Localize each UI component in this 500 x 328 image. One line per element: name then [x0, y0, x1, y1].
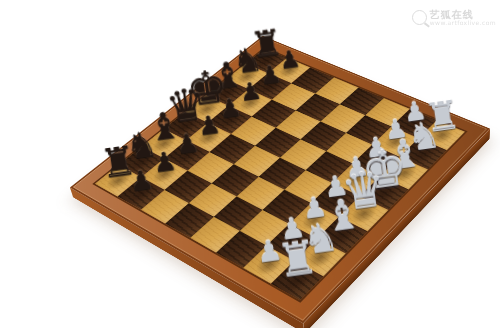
- board-perspective: ♜♞♝♚♛♝♞♜♟♟♟♟♟♟♟♟♟♟♟♟♟♟♟♟♜♞♝♚♛♝♞♜: [111, 0, 450, 327]
- white-rook[interactable]: ♜: [267, 233, 327, 285]
- magnifier-icon: [412, 10, 427, 25]
- board-grid: ♜♞♝♚♛♝♞♜♟♟♟♟♟♟♟♟♟♟♟♟♟♟♟♟♜♞♝♚♛♝♞♜: [92, 47, 467, 303]
- watermark: 艺狐在线 www.artfoxlive.com: [412, 9, 496, 27]
- watermark-subtext: www.artfoxlive.com: [430, 20, 496, 27]
- watermark-text-block: 艺狐在线 www.artfoxlive.com: [430, 9, 496, 27]
- black-pawn[interactable]: ♟: [115, 164, 167, 197]
- chess-board: ♜♞♝♚♛♝♞♜♟♟♟♟♟♟♟♟♟♟♟♟♟♟♟♟♜♞♝♚♛♝♞♜: [70, 36, 490, 324]
- auction-photo: ♜♞♝♚♛♝♞♜♟♟♟♟♟♟♟♟♟♟♟♟♟♟♟♟♜♞♝♚♛♝♞♜ 艺狐在线 ww…: [0, 0, 500, 328]
